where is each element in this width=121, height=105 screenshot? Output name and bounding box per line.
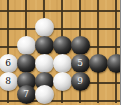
- black-stone-move-5[interactable]: 5: [71, 54, 90, 73]
- black-stone-move-7[interactable]: 7: [17, 85, 36, 104]
- stone-move-number: 9: [77, 72, 83, 91]
- white-stone-move-8[interactable]: 8: [0, 72, 18, 91]
- stone-move-number: 7: [23, 85, 29, 104]
- white-stone[interactable]: [17, 36, 36, 55]
- board-grid-line-vertical: [97, 0, 99, 103]
- white-stone[interactable]: [35, 18, 54, 37]
- stone-move-number: 8: [5, 72, 11, 91]
- stone-move-number: 5: [77, 54, 83, 73]
- black-stone[interactable]: [71, 36, 90, 55]
- white-stone[interactable]: [53, 54, 72, 73]
- black-stone[interactable]: [35, 36, 54, 55]
- go-diagram: 65897: [0, 0, 120, 105]
- black-stone[interactable]: [53, 36, 72, 55]
- black-stone[interactable]: [17, 54, 36, 73]
- white-stone[interactable]: [53, 72, 72, 91]
- board-grid-line-horizontal: [0, 28, 120, 30]
- black-stone[interactable]: [89, 54, 108, 73]
- white-stone-move-6[interactable]: 6: [0, 54, 18, 73]
- white-stone[interactable]: [35, 85, 54, 104]
- go-board[interactable]: 65897: [0, 0, 120, 105]
- board-grid-line-vertical: [115, 0, 117, 103]
- black-stone[interactable]: [107, 54, 121, 73]
- board-grid-line-horizontal: [0, 10, 120, 12]
- stone-move-number: 6: [5, 54, 11, 73]
- white-stone[interactable]: [35, 54, 54, 73]
- black-stone-move-9[interactable]: 9: [71, 72, 90, 91]
